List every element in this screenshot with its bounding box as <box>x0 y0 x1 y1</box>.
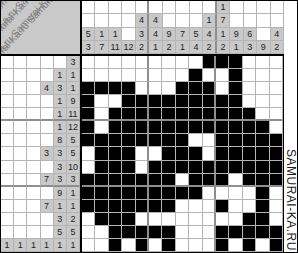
grid-cell-r8c8[interactable] <box>176 147 189 160</box>
grid-cell-r2c5[interactable] <box>136 69 149 82</box>
grid-cell-r4c2[interactable] <box>95 95 108 108</box>
col-clue-cell: 1 <box>203 14 216 27</box>
grid-cell-r4c11[interactable] <box>216 95 229 108</box>
grid-cell-r11c1[interactable] <box>82 187 95 200</box>
grid-cell-r9c9[interactable] <box>189 161 202 174</box>
grid-cell-r1c3[interactable] <box>109 56 122 69</box>
grid-cell-r5c8[interactable] <box>176 108 189 121</box>
grid-cell-r6c12[interactable] <box>229 121 242 134</box>
grid-cell-r3c14[interactable] <box>256 82 269 95</box>
grid-cell-r10c4[interactable] <box>122 174 135 187</box>
grid-cell-r13c4[interactable] <box>122 213 135 226</box>
grid-cell-r11c15[interactable] <box>270 187 283 200</box>
grid-cell-r15c3[interactable] <box>109 239 122 252</box>
grid-cell-r3c10[interactable] <box>203 82 216 95</box>
grid-cell-r8c9[interactable] <box>189 147 202 160</box>
col-clue-cell: 5 <box>82 28 95 41</box>
grid-cell-r5c7[interactable] <box>162 108 175 121</box>
grid-cell-r1c13[interactable] <box>243 56 256 69</box>
grid-cell-r5c9[interactable] <box>189 108 202 121</box>
grid-cell-r4c6[interactable] <box>149 95 162 108</box>
grid-cell-r1c11[interactable] <box>216 56 229 69</box>
grid-cell-r3c3[interactable] <box>109 82 122 95</box>
col-clue-cell: 2 <box>217 41 230 54</box>
grid-cell-r4c10[interactable] <box>203 95 216 108</box>
row-clue-cell <box>27 147 40 160</box>
grid-cell-r9c7[interactable] <box>162 161 175 174</box>
grid-cell-r15c11[interactable] <box>216 239 229 252</box>
grid-cell-r9c5[interactable] <box>136 161 149 174</box>
row-clue-cell <box>41 69 54 82</box>
col-clue-cell <box>122 14 135 27</box>
row-clue-cell <box>1 69 14 82</box>
grid-cell-r15c4[interactable] <box>122 239 135 252</box>
grid-cell-r9c6[interactable] <box>149 161 162 174</box>
grid-cell-r9c15[interactable] <box>270 161 283 174</box>
grid-cell-r6c8[interactable] <box>176 121 189 134</box>
row-clue-cell <box>1 82 14 95</box>
grid-cell-r8c13[interactable] <box>243 147 256 160</box>
grid-cell-r11c9[interactable] <box>189 187 202 200</box>
row-clue-cell: 3 <box>54 213 67 226</box>
grid-cell-r14c15[interactable] <box>270 226 283 239</box>
grid-cell-r2c15[interactable] <box>270 69 283 82</box>
grid-cell-r15c5[interactable] <box>136 239 149 252</box>
grid-cell-r15c7[interactable] <box>162 239 175 252</box>
grid-cell-r7c7[interactable] <box>162 134 175 147</box>
grid-cell-r1c4[interactable] <box>122 56 135 69</box>
grid-cell-r10c15[interactable] <box>270 174 283 187</box>
row-clue-cell <box>41 161 54 174</box>
grid-cell-r14c8[interactable] <box>176 226 189 239</box>
col-clue-cell: 1 <box>176 41 189 54</box>
site-label: SAMURAI-KA.RU <box>284 149 297 251</box>
grid-cell-r3c15[interactable] <box>270 82 283 95</box>
row-clue-cell: 7 <box>41 174 54 187</box>
row-clue-cell: 3 <box>54 82 67 95</box>
row-clue-cell <box>41 56 54 69</box>
grid-cell-r9c10[interactable] <box>203 161 216 174</box>
grid-cell-r1c14[interactable] <box>256 56 269 69</box>
col-clue-cell <box>122 28 135 41</box>
row-clue-cell: 1 <box>14 239 27 252</box>
grid-cell-r12c2[interactable] <box>95 200 108 213</box>
grid-cell-r9c13[interactable] <box>243 161 256 174</box>
grid-cell-r13c12[interactable] <box>229 213 242 226</box>
grid-cell-r12c3[interactable] <box>109 200 122 213</box>
grid-cell-r12c15[interactable] <box>270 200 283 213</box>
grid-cell-r12c9[interactable] <box>189 200 202 213</box>
grid-cell-r12c6[interactable] <box>149 200 162 213</box>
row-clue-cell <box>54 56 67 69</box>
grid-cell-r13c5[interactable] <box>136 213 149 226</box>
grid-cell-r10c11[interactable] <box>216 174 229 187</box>
col-clue-cell: 4 <box>136 14 149 27</box>
grid-cell-r6c7[interactable] <box>162 121 175 134</box>
grid-cell-r12c12[interactable] <box>229 200 242 213</box>
row-clue-cell <box>27 82 40 95</box>
grid-cell-r3c12[interactable] <box>229 82 242 95</box>
grid-cell-r9c2[interactable] <box>95 161 108 174</box>
grid-cell-r7c9[interactable] <box>189 134 202 147</box>
grid-cell-r2c10[interactable] <box>203 69 216 82</box>
grid-cell-r3c13[interactable] <box>243 82 256 95</box>
col-clue-cell <box>163 14 176 27</box>
grid-cell-r2c3[interactable] <box>109 69 122 82</box>
row-clue-cell: 3 <box>54 161 67 174</box>
grid-cell-r8c11[interactable] <box>216 147 229 160</box>
grid-cell-r10c12[interactable] <box>229 174 242 187</box>
grid-cell-r1c6[interactable] <box>149 56 162 69</box>
grid-cell-r2c14[interactable] <box>256 69 269 82</box>
grid-cell-r1c1[interactable] <box>82 56 95 69</box>
row-clue-cell <box>14 147 27 160</box>
grid-cell-r5c14[interactable] <box>256 108 269 121</box>
grid-cell-r8c2[interactable] <box>95 147 108 160</box>
grid-cell-r8c1[interactable] <box>82 147 95 160</box>
grid-cell-r15c10[interactable] <box>203 239 216 252</box>
row-clue-cell <box>27 161 40 174</box>
row-clue-cell: 1 <box>54 121 67 134</box>
grid-cell-r5c13[interactable] <box>243 108 256 121</box>
grid-cell-r3c11[interactable] <box>216 82 229 95</box>
col-clue-cell: 9 <box>230 28 243 41</box>
grid-cell-r2c4[interactable] <box>122 69 135 82</box>
row-clue-cell <box>14 187 27 200</box>
grid-cell-r9c11[interactable] <box>216 161 229 174</box>
col-clue-cell <box>176 1 189 14</box>
grid-cell-r8c12[interactable] <box>229 147 242 160</box>
grid-cell-r12c5[interactable] <box>136 200 149 213</box>
grid-cell-r14c11[interactable] <box>216 226 229 239</box>
row-clue-cell <box>1 213 14 226</box>
grid-cell-r8c7[interactable] <box>162 147 175 160</box>
grid-cell-r6c2[interactable] <box>95 121 108 134</box>
row-clue-cell <box>1 134 14 147</box>
grid-cell-r7c5[interactable] <box>136 134 149 147</box>
grid-cell-r6c11[interactable] <box>216 121 229 134</box>
grid-cell-r7c2[interactable] <box>95 134 108 147</box>
grid-cell-r13c9[interactable] <box>189 213 202 226</box>
col-clue-cell: 4 <box>149 14 162 27</box>
grid-cell-r8c6[interactable] <box>149 147 162 160</box>
grid-cell-r3c5[interactable] <box>136 82 149 95</box>
grid-cell-r8c5[interactable] <box>136 147 149 160</box>
grid-cell-r13c10[interactable] <box>203 213 216 226</box>
grid-cell-r6c4[interactable] <box>122 121 135 134</box>
grid-cell-r11c14[interactable] <box>256 187 269 200</box>
row-clue-cell <box>1 200 14 213</box>
row-clue-cell: 1 <box>54 108 67 121</box>
grid-cell-r6c13[interactable] <box>243 121 256 134</box>
grid-cell-r11c2[interactable] <box>95 187 108 200</box>
grid-cell-r12c11[interactable] <box>216 200 229 213</box>
col-clue-cell <box>163 1 176 14</box>
col-clue-cell: 4 <box>271 28 284 41</box>
grid-cell-r5c12[interactable] <box>229 108 242 121</box>
grid-cell-r13c2[interactable] <box>95 213 108 226</box>
grid-cell-r7c1[interactable] <box>82 134 95 147</box>
grid-cell-r8c14[interactable] <box>256 147 269 160</box>
grid-cell-r1c12[interactable] <box>229 56 242 69</box>
grid-cell-r11c12[interactable] <box>229 187 242 200</box>
row-clue-cell: 1 <box>54 95 67 108</box>
grid-cell-r13c7[interactable] <box>162 213 175 226</box>
grid-cell-r2c8[interactable] <box>176 69 189 82</box>
grid-cell-r4c14[interactable] <box>256 95 269 108</box>
grid-cell-r7c15[interactable] <box>270 134 283 147</box>
grid-cell-r1c10[interactable] <box>203 56 216 69</box>
grid-cell-r5c4[interactable] <box>122 108 135 121</box>
col-clue-cell: 1 <box>217 1 230 14</box>
row-clue-cell <box>1 161 14 174</box>
row-clue-cell <box>1 56 14 69</box>
grid-cell-r14c2[interactable] <box>95 226 108 239</box>
grid-cell-r2c1[interactable] <box>82 69 95 82</box>
grid-cell-r11c3[interactable] <box>109 187 122 200</box>
grid-cell-r13c1[interactable] <box>82 213 95 226</box>
grid-cell-r9c1[interactable] <box>82 161 95 174</box>
grid-cell-r1c8[interactable] <box>176 56 189 69</box>
grid-cell-r15c15[interactable] <box>270 239 283 252</box>
row-clue-cell <box>1 121 14 134</box>
grid-cell-r14c6[interactable] <box>149 226 162 239</box>
row-clue-cell: 1 <box>67 187 80 200</box>
grid-cell-r15c1[interactable] <box>82 239 95 252</box>
row-clue-cell: 8 <box>54 134 67 147</box>
grid-cell-r9c12[interactable] <box>229 161 242 174</box>
grid-cell-r1c5[interactable] <box>136 56 149 69</box>
col-clue-cell: 2 <box>203 41 216 54</box>
grid-cell-r14c1[interactable] <box>82 226 95 239</box>
grid-cell-r13c11[interactable] <box>216 213 229 226</box>
grid-cell-r3c4[interactable] <box>122 82 135 95</box>
grid-cell-r4c8[interactable] <box>176 95 189 108</box>
grid-cell-r6c6[interactable] <box>149 121 162 134</box>
grid-cell-r10c10[interactable] <box>203 174 216 187</box>
grid-cell-r2c6[interactable] <box>149 69 162 82</box>
row-clue-cell: 3 <box>67 174 80 187</box>
grid-cell-r14c12[interactable] <box>229 226 242 239</box>
grid-cell-r8c15[interactable] <box>270 147 283 160</box>
row-clue-cell: 2 <box>67 213 80 226</box>
grid-cell-r1c7[interactable] <box>162 56 175 69</box>
row-clue-cell <box>41 108 54 121</box>
grid-cell-r13c14[interactable] <box>256 213 269 226</box>
watermark-block: Samurai-Ka.ru Samurai-Ka.ru Samurai-Ka.r… <box>1 1 82 56</box>
grid-cell-r6c1[interactable] <box>82 121 95 134</box>
grid-cell-r7c3[interactable] <box>109 134 122 147</box>
row-clue-cell <box>27 213 40 226</box>
grid-cell-r10c14[interactable] <box>256 174 269 187</box>
row-clue-cell: 5 <box>67 134 80 147</box>
grid-cell-r1c2[interactable] <box>95 56 108 69</box>
grid-cell-r10c8[interactable] <box>176 174 189 187</box>
grid-cell-r14c4[interactable] <box>122 226 135 239</box>
grid-cell-r3c7[interactable] <box>162 82 175 95</box>
grid-cell-r15c14[interactable] <box>256 239 269 252</box>
grid-cell-r4c4[interactable] <box>122 95 135 108</box>
grid-cell-r5c11[interactable] <box>216 108 229 121</box>
row-clue-cell <box>1 187 14 200</box>
grid-cell-r5c3[interactable] <box>109 108 122 121</box>
row-clue-cell <box>27 200 40 213</box>
grid-cell-r10c2[interactable] <box>95 174 108 187</box>
col-clue-cell: 11 <box>109 41 122 54</box>
grid-cell-r4c5[interactable] <box>136 95 149 108</box>
grid-cell-r11c11[interactable] <box>216 187 229 200</box>
grid-cell-r12c7[interactable] <box>162 200 175 213</box>
grid-cell-r12c10[interactable] <box>203 200 216 213</box>
grid-cell-r14c5[interactable] <box>136 226 149 239</box>
grid-cell-r12c1[interactable] <box>82 200 95 213</box>
grid-cell-r7c13[interactable] <box>243 134 256 147</box>
grid-cell-r5c6[interactable] <box>149 108 162 121</box>
grid-cell-r15c6[interactable] <box>149 239 162 252</box>
grid-cell-r6c15[interactable] <box>270 121 283 134</box>
grid-cell-r12c8[interactable] <box>176 200 189 213</box>
grid-cell-r11c4[interactable] <box>122 187 135 200</box>
grid-cell-r4c15[interactable] <box>270 95 283 108</box>
row-clue-cell: 3 <box>41 147 54 160</box>
grid-cell-r4c1[interactable] <box>82 95 95 108</box>
grid-cell-r7c6[interactable] <box>149 134 162 147</box>
grid-cell-r4c9[interactable] <box>189 95 202 108</box>
col-clue-cell <box>244 14 257 27</box>
row-clue-cell: 4 <box>41 82 54 95</box>
grid-cell-r4c3[interactable] <box>109 95 122 108</box>
grid-cell-r11c8[interactable] <box>176 187 189 200</box>
col-clue-cell: 12 <box>122 41 135 54</box>
grid-cell-r2c2[interactable] <box>95 69 108 82</box>
grid-cell-r4c12[interactable] <box>229 95 242 108</box>
grid-cell-r12c14[interactable] <box>256 200 269 213</box>
grid-cell-r11c5[interactable] <box>136 187 149 200</box>
row-clue-cell <box>1 174 14 187</box>
col-clue-cell <box>109 1 122 14</box>
grid-cell-r14c3[interactable] <box>109 226 122 239</box>
grid-cell-r14c13[interactable] <box>243 226 256 239</box>
row-clue-cell: 11 <box>67 108 80 121</box>
grid-cell-r15c13[interactable] <box>243 239 256 252</box>
grid-cell-r2c12[interactable] <box>229 69 242 82</box>
grid-cell-r7c12[interactable] <box>229 134 242 147</box>
col-clue-cell: 3 <box>82 41 95 54</box>
grid-cell-r10c7[interactable] <box>162 174 175 187</box>
grid-cell-r4c13[interactable] <box>243 95 256 108</box>
grid-cell-r9c14[interactable] <box>256 161 269 174</box>
grid-cell-r6c3[interactable] <box>109 121 122 134</box>
row-clue-cell <box>14 121 27 134</box>
grid-cell-r13c15[interactable] <box>270 213 283 226</box>
grid-cell-r7c10[interactable] <box>203 134 216 147</box>
grid-cell-r8c10[interactable] <box>203 147 216 160</box>
grid-cell-r6c10[interactable] <box>203 121 216 134</box>
grid-cell-r13c8[interactable] <box>176 213 189 226</box>
grid-cell-r6c9[interactable] <box>189 121 202 134</box>
grid-cell-r2c11[interactable] <box>216 69 229 82</box>
col-clue-cell <box>95 1 108 14</box>
grid-cell-r15c9[interactable] <box>189 239 202 252</box>
grid-cell-r13c13[interactable] <box>243 213 256 226</box>
grid-cell-r11c6[interactable] <box>149 187 162 200</box>
grid-cell-r1c15[interactable] <box>270 56 283 69</box>
grid-cell-r13c3[interactable] <box>109 213 122 226</box>
grid-cell-r7c11[interactable] <box>216 134 229 147</box>
grid-cell-r12c13[interactable] <box>243 200 256 213</box>
col-clue-cell: 6 <box>244 28 257 41</box>
grid-cell-r3c9[interactable] <box>189 82 202 95</box>
col-clue-cell <box>82 1 95 14</box>
row-clues: 3114311911111285335310733917113255111111 <box>1 56 82 252</box>
row-clue-cell <box>41 187 54 200</box>
grid-cell-r3c1[interactable] <box>82 82 95 95</box>
grid-cell-r15c2[interactable] <box>95 239 108 252</box>
grid-cell-r3c6[interactable] <box>149 82 162 95</box>
grid-cell-r4c7[interactable] <box>162 95 175 108</box>
grid-cell-r14c10[interactable] <box>203 226 216 239</box>
grid-cell-r5c15[interactable] <box>270 108 283 121</box>
grid-cell-r10c3[interactable] <box>109 174 122 187</box>
grid-cell-r7c8[interactable] <box>176 134 189 147</box>
col-clue-cell <box>271 14 284 27</box>
grid-cell-r8c3[interactable] <box>109 147 122 160</box>
col-clue-cell <box>257 28 270 41</box>
grid-cell-r5c2[interactable] <box>95 108 108 121</box>
col-clue-cell: 2 <box>136 41 149 54</box>
row-clue-cell: 1 <box>67 239 80 252</box>
grid-cell-r6c14[interactable] <box>256 121 269 134</box>
grid-cell-r5c10[interactable] <box>203 108 216 121</box>
grid-cell-r1c9[interactable] <box>189 56 202 69</box>
grid-cell-r15c12[interactable] <box>229 239 242 252</box>
grid-cell-r10c6[interactable] <box>149 174 162 187</box>
grid-cell-r10c9[interactable] <box>189 174 202 187</box>
grid-cell-r10c13[interactable] <box>243 174 256 187</box>
grid-cell-r7c4[interactable] <box>122 134 135 147</box>
grid-cell-r9c3[interactable] <box>109 161 122 174</box>
grid-cell-r13c6[interactable] <box>149 213 162 226</box>
grid-cell-r3c2[interactable] <box>95 82 108 95</box>
grid-cell-r2c13[interactable] <box>243 69 256 82</box>
grid-cell-r14c14[interactable] <box>256 226 269 239</box>
grid-cell-r6c5[interactable] <box>136 121 149 134</box>
grid-cell-r3c8[interactable] <box>176 82 189 95</box>
grid-cell-r10c1[interactable] <box>82 174 95 187</box>
grid-cell-r10c5[interactable] <box>136 174 149 187</box>
grid-cell-r11c7[interactable] <box>162 187 175 200</box>
grid-cell-r8c4[interactable] <box>122 147 135 160</box>
grid-cell-r14c7[interactable] <box>162 226 175 239</box>
grid-cell-r2c7[interactable] <box>162 69 175 82</box>
grid-cell-r9c4[interactable] <box>122 161 135 174</box>
grid-cell-r9c8[interactable] <box>176 161 189 174</box>
row-clue-cell: 1 <box>67 82 80 95</box>
grid-cell-r15c8[interactable] <box>176 239 189 252</box>
grid-cell-r2c9[interactable] <box>189 69 202 82</box>
grid-cell-r5c1[interactable] <box>82 108 95 121</box>
grid-cell-r12c4[interactable] <box>122 200 135 213</box>
col-clue-cell: 7 <box>95 41 108 54</box>
grid-cell-r11c13[interactable] <box>243 187 256 200</box>
grid-cell-r14c9[interactable] <box>189 226 202 239</box>
grid-cell-r5c5[interactable] <box>136 108 149 121</box>
grid-cell-r11c10[interactable] <box>203 187 216 200</box>
row-clue-cell: 10 <box>67 161 80 174</box>
col-clue-cell <box>109 14 122 27</box>
row-clue-cell: 12 <box>67 121 80 134</box>
grid-cell-r7c14[interactable] <box>256 134 269 147</box>
